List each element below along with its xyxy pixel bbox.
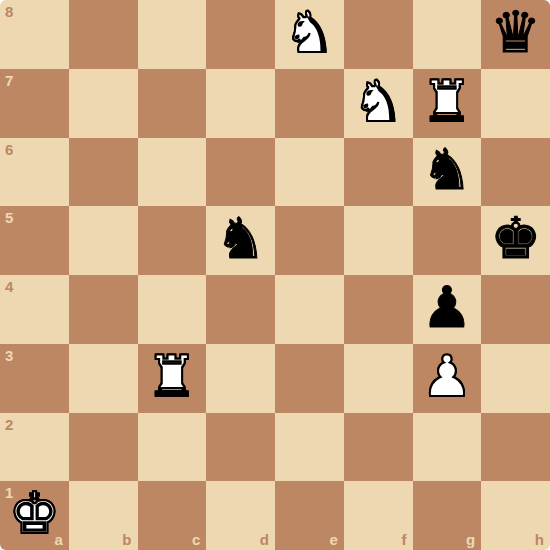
square-b1[interactable]: b <box>69 481 138 550</box>
file-label-f: f <box>402 532 407 547</box>
black-queen-h8[interactable]: ♛ <box>490 4 541 61</box>
square-b6[interactable] <box>69 138 138 207</box>
black-pawn-g4[interactable]: ♟ <box>421 279 472 336</box>
rank-label-3: 3 <box>5 348 13 363</box>
file-label-c: c <box>192 532 200 547</box>
white-rook-g7[interactable]: ♜ <box>421 73 472 130</box>
square-a1[interactable]: 1a♚ <box>0 481 69 550</box>
square-b5[interactable] <box>69 206 138 275</box>
white-knight-f7[interactable]: ♞ <box>353 73 404 130</box>
square-e5[interactable] <box>275 206 344 275</box>
square-g7[interactable]: ♜ <box>413 69 482 138</box>
square-h7[interactable] <box>481 69 550 138</box>
file-label-e: e <box>329 532 337 547</box>
square-c5[interactable] <box>138 206 207 275</box>
black-knight-d5[interactable]: ♞ <box>215 210 266 267</box>
file-label-g: g <box>466 532 475 547</box>
square-b8[interactable] <box>69 0 138 69</box>
square-g1[interactable]: g <box>413 481 482 550</box>
square-h1[interactable]: h <box>481 481 550 550</box>
square-g4[interactable]: ♟ <box>413 275 482 344</box>
square-f4[interactable] <box>344 275 413 344</box>
square-b3[interactable] <box>69 344 138 413</box>
square-d6[interactable] <box>206 138 275 207</box>
file-label-h: h <box>535 532 544 547</box>
square-a3[interactable]: 3 <box>0 344 69 413</box>
rank-label-8: 8 <box>5 4 13 19</box>
chess-board: 8♞♛7♞♜6♞5♞♚4♟3♜♟21a♚bcdefgh <box>0 0 550 550</box>
square-a7[interactable]: 7 <box>0 69 69 138</box>
square-h5[interactable]: ♚ <box>481 206 550 275</box>
rank-label-4: 4 <box>5 279 13 294</box>
rank-label-6: 6 <box>5 142 13 157</box>
square-e2[interactable] <box>275 413 344 482</box>
square-d5[interactable]: ♞ <box>206 206 275 275</box>
white-pawn-g3[interactable]: ♟ <box>421 348 472 405</box>
file-label-d: d <box>260 532 269 547</box>
square-e4[interactable] <box>275 275 344 344</box>
square-c7[interactable] <box>138 69 207 138</box>
square-b2[interactable] <box>69 413 138 482</box>
white-king-a1[interactable]: ♚ <box>9 485 60 542</box>
rank-label-7: 7 <box>5 73 13 88</box>
square-d7[interactable] <box>206 69 275 138</box>
square-f2[interactable] <box>344 413 413 482</box>
square-f5[interactable] <box>344 206 413 275</box>
square-e7[interactable] <box>275 69 344 138</box>
square-g6[interactable]: ♞ <box>413 138 482 207</box>
rank-label-5: 5 <box>5 210 13 225</box>
square-c8[interactable] <box>138 0 207 69</box>
square-d3[interactable] <box>206 344 275 413</box>
square-g8[interactable] <box>413 0 482 69</box>
square-h2[interactable] <box>481 413 550 482</box>
square-a5[interactable]: 5 <box>0 206 69 275</box>
square-f6[interactable] <box>344 138 413 207</box>
square-d1[interactable]: d <box>206 481 275 550</box>
square-e1[interactable]: e <box>275 481 344 550</box>
square-c3[interactable]: ♜ <box>138 344 207 413</box>
square-d8[interactable] <box>206 0 275 69</box>
square-g5[interactable] <box>413 206 482 275</box>
square-c2[interactable] <box>138 413 207 482</box>
file-label-b: b <box>122 532 131 547</box>
square-g3[interactable]: ♟ <box>413 344 482 413</box>
square-c4[interactable] <box>138 275 207 344</box>
square-e8[interactable]: ♞ <box>275 0 344 69</box>
square-e3[interactable] <box>275 344 344 413</box>
square-c6[interactable] <box>138 138 207 207</box>
white-knight-e8[interactable]: ♞ <box>284 4 335 61</box>
square-g2[interactable] <box>413 413 482 482</box>
white-rook-c3[interactable]: ♜ <box>146 348 197 405</box>
square-h3[interactable] <box>481 344 550 413</box>
square-h4[interactable] <box>481 275 550 344</box>
square-f8[interactable] <box>344 0 413 69</box>
black-king-h5[interactable]: ♚ <box>490 210 541 267</box>
square-a8[interactable]: 8 <box>0 0 69 69</box>
square-b4[interactable] <box>69 275 138 344</box>
square-d4[interactable] <box>206 275 275 344</box>
rank-label-2: 2 <box>5 417 13 432</box>
square-f3[interactable] <box>344 344 413 413</box>
square-c1[interactable]: c <box>138 481 207 550</box>
square-a6[interactable]: 6 <box>0 138 69 207</box>
square-a2[interactable]: 2 <box>0 413 69 482</box>
square-h8[interactable]: ♛ <box>481 0 550 69</box>
square-d2[interactable] <box>206 413 275 482</box>
black-knight-g6[interactable]: ♞ <box>421 141 472 198</box>
square-f7[interactable]: ♞ <box>344 69 413 138</box>
square-h6[interactable] <box>481 138 550 207</box>
square-f1[interactable]: f <box>344 481 413 550</box>
square-a4[interactable]: 4 <box>0 275 69 344</box>
square-e6[interactable] <box>275 138 344 207</box>
square-b7[interactable] <box>69 69 138 138</box>
